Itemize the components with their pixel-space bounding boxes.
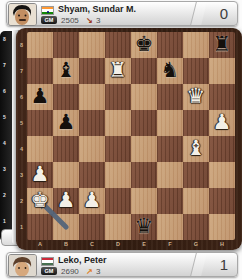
- square-d6[interactable]: [105, 84, 131, 110]
- broadcast-board-widget: Shyam, Sundar M. GM 2505 ↘ 3 0 87654321 …: [0, 0, 242, 280]
- piece-white-pawn-h5[interactable]: ♟: [209, 110, 235, 136]
- adjacent-board-edge[interactable]: 87654321: [0, 31, 12, 242]
- match-score-bottom: 1: [220, 256, 228, 273]
- piece-black-king-e8[interactable]: ♚: [131, 32, 157, 58]
- square-e2[interactable]: [131, 188, 157, 214]
- square-d2[interactable]: [105, 188, 131, 214]
- avatar-leko: [8, 254, 37, 277]
- player-bar-bottom[interactable]: Leko, Peter GM 2690 ↗ 3 1: [6, 252, 238, 277]
- adjacent-rank-label-3: 3: [3, 166, 11, 172]
- chess-board[interactable]: ♚♜♝♜♞♟♛♟♟♝♟♚♟♟♛: [27, 32, 235, 240]
- square-f1[interactable]: [157, 214, 183, 240]
- trend-up-icon: ↗: [86, 267, 93, 276]
- rank-label-1: 1: [17, 214, 26, 240]
- square-a4[interactable]: [27, 136, 53, 162]
- square-f2[interactable]: [157, 188, 183, 214]
- adjacent-rank-label-5: 5: [3, 114, 11, 120]
- avatar-shyam: [8, 3, 37, 26]
- piece-white-bishop-g4[interactable]: ♝: [183, 136, 209, 162]
- square-e4[interactable]: [131, 136, 157, 162]
- square-g8[interactable]: [183, 32, 209, 58]
- match-score-top: 0: [220, 5, 228, 22]
- adjacent-rank-label-8: 8: [3, 36, 11, 42]
- gm-title-badge-top: GM: [41, 16, 57, 24]
- square-h3[interactable]: [209, 162, 235, 188]
- square-h4[interactable]: [209, 136, 235, 162]
- square-a1[interactable]: [27, 214, 53, 240]
- adjacent-rank-label-1: 1: [3, 218, 11, 224]
- score-separator-bottom: [190, 253, 207, 276]
- board-frame: 87654321 ABCDEFGH ♚♜♝♜♞♟♛♟♟♝♟♚♟♟♛: [16, 28, 242, 250]
- india-flag-icon: [41, 6, 54, 15]
- square-f5[interactable]: [157, 110, 183, 136]
- file-label-f: F: [157, 241, 183, 250]
- square-b3[interactable]: [53, 162, 79, 188]
- piece-black-pawn-b5[interactable]: ♟: [53, 110, 79, 136]
- square-h6[interactable]: [209, 84, 235, 110]
- square-g1[interactable]: [183, 214, 209, 240]
- square-g7[interactable]: [183, 58, 209, 84]
- square-e7[interactable]: [131, 58, 157, 84]
- square-d1[interactable]: [105, 214, 131, 240]
- square-g5[interactable]: [183, 110, 209, 136]
- score-separator-top: [190, 2, 207, 25]
- square-h1[interactable]: [209, 214, 235, 240]
- file-label-e: E: [131, 241, 157, 250]
- square-e3[interactable]: [131, 162, 157, 188]
- square-f4[interactable]: [157, 136, 183, 162]
- square-b4[interactable]: [53, 136, 79, 162]
- piece-black-pawn-a6[interactable]: ♟: [27, 84, 53, 110]
- square-c4[interactable]: [79, 136, 105, 162]
- player-rating-bottom: 2690: [61, 267, 79, 276]
- square-c7[interactable]: [79, 58, 105, 84]
- square-c6[interactable]: [79, 84, 105, 110]
- piece-black-bishop-b7[interactable]: ♝: [53, 58, 79, 84]
- square-d3[interactable]: [105, 162, 131, 188]
- square-c3[interactable]: [79, 162, 105, 188]
- piece-white-pawn-b2[interactable]: ♟: [53, 188, 79, 214]
- piece-white-queen-g6[interactable]: ♛: [183, 84, 209, 110]
- player-bar-top[interactable]: Shyam, Sundar M. GM 2505 ↘ 3 0: [6, 1, 238, 26]
- adjacent-rank-label-7: 7: [3, 62, 11, 68]
- file-label-b: B: [53, 241, 79, 250]
- square-e5[interactable]: [131, 110, 157, 136]
- trend-down-icon: ↘: [86, 16, 93, 25]
- square-h2[interactable]: [209, 188, 235, 214]
- file-label-c: C: [79, 241, 105, 250]
- square-f8[interactable]: [157, 32, 183, 58]
- piece-white-rook-d7[interactable]: ♜: [105, 58, 131, 84]
- square-f6[interactable]: [157, 84, 183, 110]
- rank-label-6: 6: [17, 84, 26, 110]
- file-label-h: H: [209, 241, 235, 250]
- hungary-flag-icon: [41, 257, 54, 266]
- square-a7[interactable]: [27, 58, 53, 84]
- rank-label-4: 4: [17, 136, 26, 162]
- square-b8[interactable]: [53, 32, 79, 58]
- piece-white-pawn-c2[interactable]: ♟: [79, 188, 105, 214]
- square-d5[interactable]: [105, 110, 131, 136]
- file-label-d: D: [105, 241, 131, 250]
- square-c8[interactable]: [79, 32, 105, 58]
- piece-white-king-a2[interactable]: ♚: [27, 188, 53, 214]
- gm-title-badge-bottom: GM: [41, 267, 57, 275]
- player-name-top: Shyam, Sundar M.: [58, 4, 136, 14]
- square-d8[interactable]: [105, 32, 131, 58]
- adjacent-rank-label-2: 2: [3, 192, 11, 198]
- file-label-a: A: [27, 241, 53, 250]
- piece-black-queen-e1[interactable]: ♛: [131, 214, 157, 240]
- piece-black-rook-h8[interactable]: ♜: [209, 32, 235, 58]
- rank-label-8: 8: [17, 32, 26, 58]
- file-label-g: G: [183, 241, 209, 250]
- square-e6[interactable]: [131, 84, 157, 110]
- player-name-bottom: Leko, Peter: [58, 255, 107, 265]
- square-b1[interactable]: [53, 214, 79, 240]
- piece-white-pawn-a3[interactable]: ♟: [27, 162, 53, 188]
- square-a5[interactable]: [27, 110, 53, 136]
- square-g2[interactable]: [183, 188, 209, 214]
- rank-label-2: 2: [17, 188, 26, 214]
- trend-value-bottom: 3: [96, 267, 100, 276]
- square-b6[interactable]: [53, 84, 79, 110]
- square-a8[interactable]: [27, 32, 53, 58]
- square-h7[interactable]: [209, 58, 235, 84]
- square-c5[interactable]: [79, 110, 105, 136]
- square-d4[interactable]: [105, 136, 131, 162]
- square-f3[interactable]: [157, 162, 183, 188]
- rank-label-5: 5: [17, 110, 26, 136]
- trend-value-top: 3: [96, 16, 100, 25]
- square-g3[interactable]: [183, 162, 209, 188]
- adjacent-rank-label-4: 4: [3, 140, 11, 146]
- player-rating-top: 2505: [61, 16, 79, 25]
- rank-label-7: 7: [17, 58, 26, 84]
- square-c1[interactable]: [79, 214, 105, 240]
- piece-black-knight-f7[interactable]: ♞: [157, 58, 183, 84]
- rank-label-3: 3: [17, 162, 26, 188]
- adjacent-rank-label-6: 6: [3, 88, 11, 94]
